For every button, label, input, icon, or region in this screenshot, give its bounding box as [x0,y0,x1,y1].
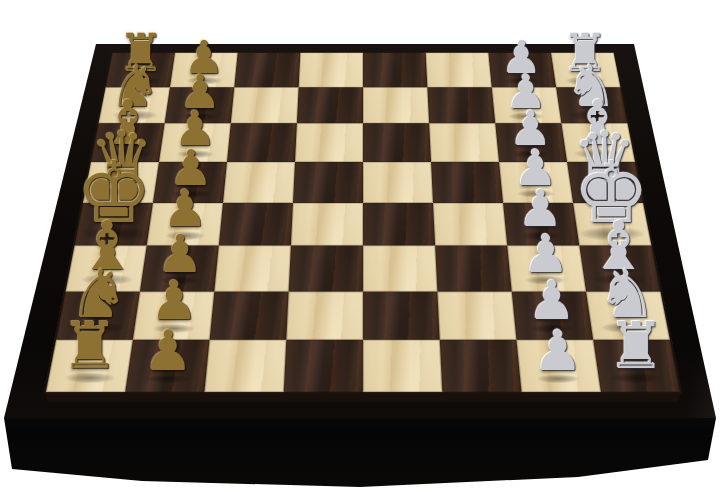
chess-glyph-R: ♜ [607,314,665,379]
chess-glyph-P: ♟ [184,35,225,80]
chess-glyph-P: ♟ [518,185,563,236]
piece-silver-P: ♟ [523,228,570,280]
chess-glyph-P: ♟ [163,185,208,236]
piece-shadow [574,148,622,158]
piece-brass-K: ♚ [76,150,152,235]
piece-silver-P: ♟ [518,185,563,236]
piece-silver-P: ♟ [533,323,583,379]
piece-brass-B: ♝ [101,92,156,153]
chess-glyph-P: ♟ [143,323,193,379]
piece-shadow [569,111,614,121]
chess-glyph-P: ♟ [513,144,557,193]
chess-set-photo: ♜♟♟♜♞♟♟♞♝♟♟♝♛♟♟♛♚♟♟♚♝♟♟♝♞♟♟♞♜♟♟♜ [0,0,720,492]
piece-brass-P: ♟ [150,274,198,328]
piece-silver-R: ♜ [562,27,609,80]
piece-shadow [112,111,157,121]
piece-shadow [512,150,549,158]
piece-brass-N: ♞ [109,58,161,116]
piece-silver-P: ♟ [513,144,557,193]
chess-glyph-P: ♟ [157,228,204,280]
piece-shadow [611,373,661,384]
chess-glyph-N: ♞ [69,261,129,328]
chess-glyph-P: ♟ [168,144,212,193]
chess-glyph-P: ♟ [150,274,198,328]
piece-shadow [171,190,209,198]
piece-silver-K: ♚ [573,150,649,235]
piece-shadow [94,186,149,198]
chess-glyph-B: ♝ [101,92,156,153]
piece-shadow [177,150,214,158]
piece-brass-P: ♟ [179,69,221,116]
chess-glyph-P: ♟ [179,69,221,116]
piece-shadow [81,274,133,285]
chess-glyph-R: ♜ [117,27,164,80]
chess-glyph-K: ♚ [573,150,649,235]
chess-glyph-P: ♟ [505,69,547,116]
piece-shadow [65,373,115,384]
piece-brass-R: ♜ [117,27,164,80]
chess-glyph-B: ♝ [77,213,137,280]
piece-shadow [81,226,147,240]
piece-silver-B: ♝ [570,92,625,153]
chess-glyph-N: ♞ [109,58,161,116]
piece-shadow [73,322,125,333]
piece-shadow [537,375,580,384]
piece-shadow [165,231,205,240]
piece-shadow [508,113,544,121]
piece-brass-P: ♟ [174,105,217,153]
piece-silver-P: ♟ [528,274,576,328]
piece-brass-R: ♜ [61,314,119,379]
chess-glyph-P: ♟ [509,105,552,153]
piece-silver-B: ♝ [589,213,649,280]
piece-shadow [601,322,653,333]
chess-glyph-B: ♝ [589,213,649,280]
piece-shadow [531,324,573,333]
piece-brass-N: ♞ [69,261,129,328]
chess-glyph-P: ♟ [528,274,576,328]
piece-brass-P: ♟ [163,185,208,236]
piece-silver-P: ♟ [509,105,552,153]
chess-glyph-N: ♞ [565,58,617,116]
chess-glyph-P: ♟ [174,105,217,153]
piece-brass-Q: ♛ [90,122,154,193]
piece-brass-B: ♝ [77,213,137,280]
piece-brass-P: ♟ [143,323,193,379]
chess-glyph-P: ♟ [523,228,570,280]
piece-silver-N: ♞ [565,58,617,116]
chess-glyph-Q: ♛ [573,122,637,193]
piece-shadow [565,76,606,85]
piece-shadow [159,276,200,285]
piece-brass-P: ♟ [184,35,225,80]
piece-silver-P: ♟ [501,35,542,80]
chess-glyph-R: ♜ [562,27,609,80]
piece-shadow [504,77,539,85]
piece-shadow [516,190,554,198]
piece-shadow [153,324,195,333]
piece-silver-Q: ♛ [573,122,637,193]
chess-glyph-N: ♞ [597,261,657,328]
piece-shadow [593,274,645,285]
piece-shadow [525,276,566,285]
chess-glyph-P: ♟ [501,35,542,80]
chess-glyph-R: ♜ [61,314,119,379]
chess-glyph-K: ♚ [76,150,152,235]
piece-shadow [579,226,645,240]
piece-shadow [120,76,161,85]
piece-shadow [521,231,561,240]
piece-shadow [147,375,190,384]
piece-shadow [577,186,632,198]
piece-shadow [182,113,218,121]
piece-brass-P: ♟ [168,144,212,193]
piece-silver-R: ♜ [607,314,665,379]
chess-glyph-B: ♝ [570,92,625,153]
piece-silver-P: ♟ [505,69,547,116]
piece-shadow [187,77,222,85]
piece-shadow [104,148,152,158]
piece-brass-P: ♟ [157,228,204,280]
pieces-layer: ♜♟♟♜♞♟♟♞♝♟♟♝♛♟♟♛♚♟♟♚♝♟♟♝♞♟♟♞♜♟♟♜ [0,0,720,492]
chess-glyph-Q: ♛ [90,122,154,193]
chess-glyph-P: ♟ [533,323,583,379]
piece-silver-N: ♞ [597,261,657,328]
